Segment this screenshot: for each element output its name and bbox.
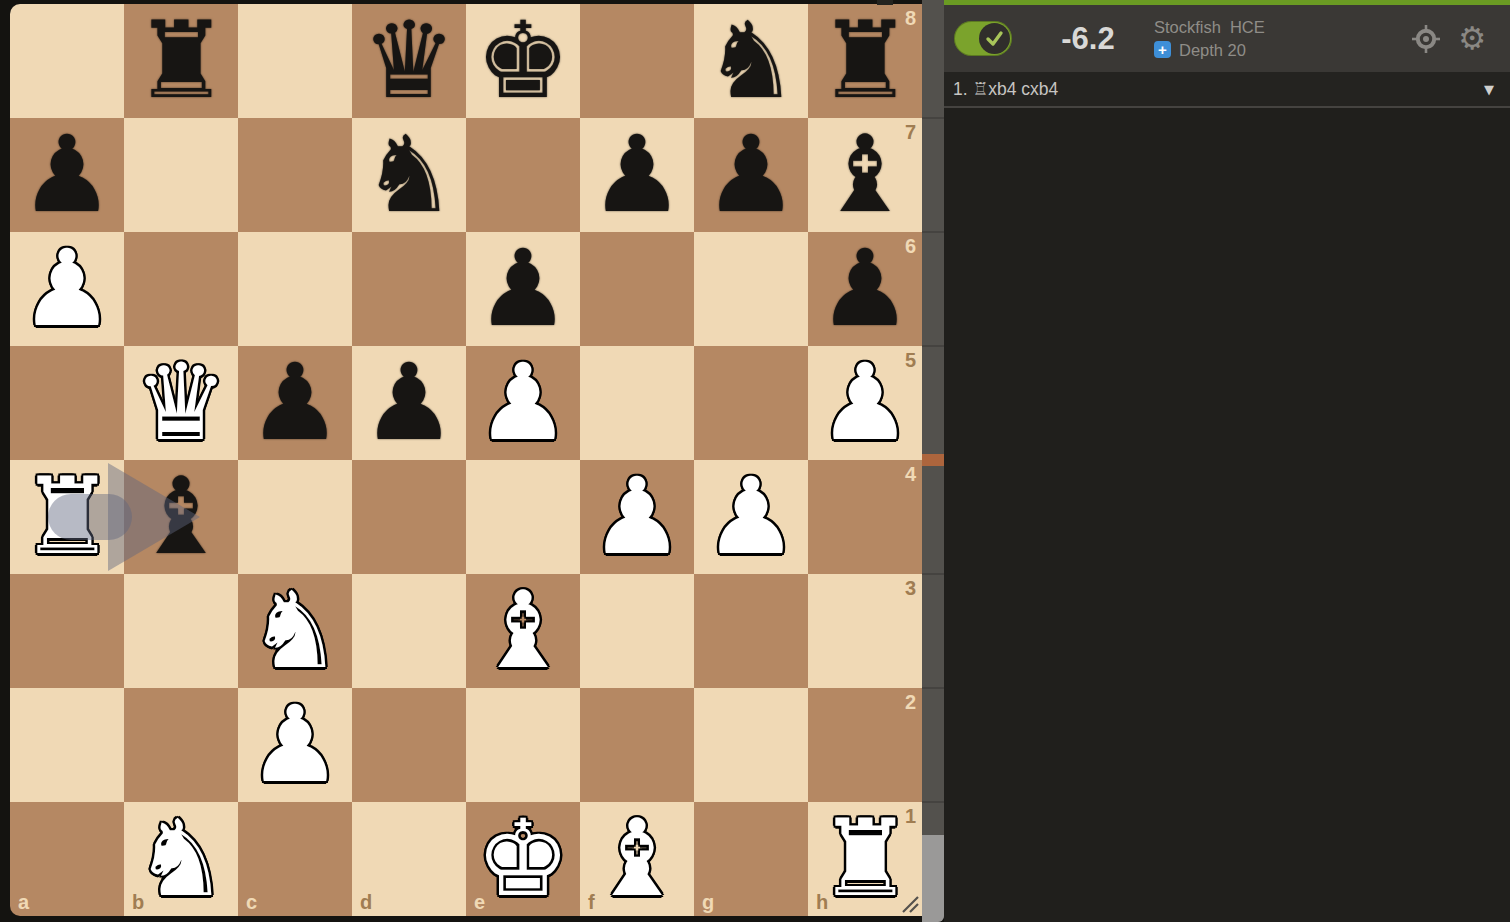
square-h5[interactable]: 5♟ (808, 346, 922, 460)
cloud-plus-badge-icon: + (1154, 41, 1171, 58)
square-e3[interactable]: ♝ (466, 574, 580, 688)
square-a8[interactable] (10, 4, 124, 118)
square-d1[interactable]: d (352, 802, 466, 916)
square-e6[interactable]: ♟ (466, 232, 580, 346)
engine-name-row: Stockfish HCE (1154, 17, 1265, 38)
engine-name: Stockfish (1154, 17, 1221, 38)
square-c3[interactable]: ♞ (238, 574, 352, 688)
square-a1[interactable]: a (10, 802, 124, 916)
piece-black-pawn-e6[interactable]: ♟ (466, 232, 580, 346)
square-c5[interactable]: ♟ (238, 346, 352, 460)
eval-gauge-tick (922, 801, 944, 803)
square-d7[interactable]: ♞ (352, 118, 466, 232)
square-h2[interactable]: 2 (808, 688, 922, 802)
engine-header: -6.2 Stockfish HCE + Depth 20 (944, 5, 1510, 72)
square-g3[interactable] (694, 574, 808, 688)
piece-black-knight-d7[interactable]: ♞ (352, 118, 466, 232)
practice-target-icon[interactable] (1411, 24, 1441, 54)
square-g1[interactable]: g (694, 802, 808, 916)
square-b4[interactable]: ♝ (124, 460, 238, 574)
square-b8[interactable]: ♜ (124, 4, 238, 118)
square-c1[interactable]: c (238, 802, 352, 916)
square-f2[interactable] (580, 688, 694, 802)
piece-white-pawn-f4[interactable]: ♟ (580, 460, 694, 574)
square-g5[interactable] (694, 346, 808, 460)
square-e7[interactable] (466, 118, 580, 232)
file-label-g: g (702, 891, 714, 914)
rank-label-3: 3 (905, 577, 916, 600)
eval-gauge-tick (922, 345, 944, 347)
square-d3[interactable] (352, 574, 466, 688)
piece-black-knight-g8[interactable]: ♞ (694, 4, 808, 118)
square-f3[interactable] (580, 574, 694, 688)
piece-white-bishop-f1[interactable]: ♝ (580, 802, 694, 916)
eval-gauge-white-portion (922, 835, 944, 922)
square-a7[interactable]: ♟ (10, 118, 124, 232)
depth-label: Depth 20 (1179, 40, 1246, 61)
square-a2[interactable] (10, 688, 124, 802)
pv-line-row[interactable]: 1. ♖xb4 cxb4 ▼ (944, 72, 1510, 108)
eval-gauge-tick (922, 117, 944, 119)
eval-gauge (922, 0, 944, 922)
square-g4[interactable]: ♟ (694, 460, 808, 574)
rank-label-4: 4 (905, 463, 916, 486)
piece-black-bishop-b4[interactable]: ♝ (124, 460, 238, 574)
engine-toggle[interactable] (954, 21, 1012, 56)
square-d6[interactable] (352, 232, 466, 346)
piece-black-pawn-g7[interactable]: ♟ (694, 118, 808, 232)
piece-white-bishop-e3[interactable]: ♝ (466, 574, 580, 688)
engine-info: Stockfish HCE + Depth 20 (1154, 17, 1265, 60)
piece-black-pawn-c5[interactable]: ♟ (238, 346, 352, 460)
square-d8[interactable]: ♛ (352, 4, 466, 118)
square-g6[interactable] (694, 232, 808, 346)
piece-white-knight-c3[interactable]: ♞ (238, 574, 352, 688)
square-e1[interactable]: e♚ (466, 802, 580, 916)
pv-line-text: 1. ♖xb4 cxb4 (953, 79, 1058, 100)
piece-black-rook-h8[interactable]: ♜ (808, 4, 922, 118)
square-b3[interactable] (124, 574, 238, 688)
piece-white-knight-b1[interactable]: ♞ (124, 802, 238, 916)
square-h6[interactable]: 6♟ (808, 232, 922, 346)
square-d4[interactable] (352, 460, 466, 574)
square-g8[interactable]: ♞ (694, 4, 808, 118)
square-b6[interactable] (124, 232, 238, 346)
checkmark-icon (982, 26, 1007, 51)
piece-black-bishop-h7[interactable]: ♝ (808, 118, 922, 232)
engine-toggle-knob (979, 23, 1010, 54)
square-f8[interactable] (580, 4, 694, 118)
square-f4[interactable]: ♟ (580, 460, 694, 574)
eval-gauge-tick (922, 231, 944, 233)
square-b2[interactable] (124, 688, 238, 802)
piece-white-rook-a4[interactable]: ♜ (10, 460, 124, 574)
square-b5[interactable]: ♛ (124, 346, 238, 460)
piece-white-pawn-h5[interactable]: ♟ (808, 346, 922, 460)
square-h8[interactable]: 8♜ (808, 4, 922, 118)
square-g2[interactable] (694, 688, 808, 802)
piece-black-queen-d8[interactable]: ♛ (352, 4, 466, 118)
square-d5[interactable]: ♟ (352, 346, 466, 460)
piece-white-pawn-e5[interactable]: ♟ (466, 346, 580, 460)
piece-white-pawn-a6[interactable]: ♟ (10, 232, 124, 346)
square-c4[interactable] (238, 460, 352, 574)
square-c6[interactable] (238, 232, 352, 346)
header-icons: ⚙ (1411, 23, 1510, 54)
piece-white-pawn-g4[interactable]: ♟ (694, 460, 808, 574)
piece-white-pawn-c2[interactable]: ♟ (238, 688, 352, 802)
square-c8[interactable] (238, 4, 352, 118)
square-e4[interactable] (466, 460, 580, 574)
square-f1[interactable]: f♝ (580, 802, 694, 916)
eval-gauge-center-tick (922, 454, 944, 466)
piece-black-rook-b8[interactable]: ♜ (124, 4, 238, 118)
board-resize-handle-icon[interactable] (897, 891, 921, 915)
eval-gauge-tick (922, 573, 944, 575)
piece-black-pawn-h6[interactable]: ♟ (808, 232, 922, 346)
evaluation-score: -6.2 (1040, 21, 1136, 57)
square-f5[interactable] (580, 346, 694, 460)
clipped-ui-fragment (877, 0, 893, 5)
square-g7[interactable]: ♟ (694, 118, 808, 232)
square-a4[interactable]: ♜ (10, 460, 124, 574)
depth-row: + Depth 20 (1154, 40, 1265, 61)
analysis-empty-area (944, 108, 1510, 922)
square-c7[interactable] (238, 118, 352, 232)
chess-analysis-app: ♜♛♚♞8♜♟♞♟♟7♝♟♟6♟♛♟♟♟5♟♜♝♟♟4♞♝3♟2ab♞cde♚f… (0, 0, 1510, 922)
chess-board: ♜♛♚♞8♜♟♞♟♟7♝♟♟6♟♛♟♟♟5♟♜♝♟♟4♞♝3♟2ab♞cde♚f… (10, 4, 922, 916)
square-e2[interactable] (466, 688, 580, 802)
chess-board-frame: ♜♛♚♞8♜♟♞♟♟7♝♟♟6♟♛♟♟♟5♟♜♝♟♟4♞♝3♟2ab♞cde♚f… (10, 4, 922, 916)
piece-black-pawn-f7[interactable]: ♟ (580, 118, 694, 232)
piece-white-king-e1[interactable]: ♚ (466, 802, 580, 916)
square-e5[interactable]: ♟ (466, 346, 580, 460)
engine-variant: HCE (1230, 17, 1265, 38)
piece-black-pawn-a7[interactable]: ♟ (10, 118, 124, 232)
dropdown-arrow-icon[interactable]: ▼ (1484, 82, 1494, 97)
square-b1[interactable]: b♞ (124, 802, 238, 916)
settings-gear-icon[interactable]: ⚙ (1458, 23, 1486, 54)
square-e8[interactable]: ♚ (466, 4, 580, 118)
rank-label-2: 2 (905, 691, 916, 714)
file-label-d: d (360, 891, 372, 914)
piece-white-queen-b5[interactable]: ♛ (124, 346, 238, 460)
square-c2[interactable]: ♟ (238, 688, 352, 802)
engine-panel: -6.2 Stockfish HCE + Depth 20 (944, 0, 1510, 922)
piece-black-king-e8[interactable]: ♚ (466, 4, 580, 118)
square-h3[interactable]: 3 (808, 574, 922, 688)
square-f7[interactable]: ♟ (580, 118, 694, 232)
square-h7[interactable]: 7♝ (808, 118, 922, 232)
file-label-a: a (18, 891, 29, 914)
square-f6[interactable] (580, 232, 694, 346)
square-a5[interactable] (10, 346, 124, 460)
file-label-c: c (246, 891, 257, 914)
square-a3[interactable] (10, 574, 124, 688)
square-b7[interactable] (124, 118, 238, 232)
square-a6[interactable]: ♟ (10, 232, 124, 346)
square-d2[interactable] (352, 688, 466, 802)
piece-black-pawn-d5[interactable]: ♟ (352, 346, 466, 460)
eval-gauge-tick (922, 687, 944, 689)
square-h4[interactable]: 4 (808, 460, 922, 574)
